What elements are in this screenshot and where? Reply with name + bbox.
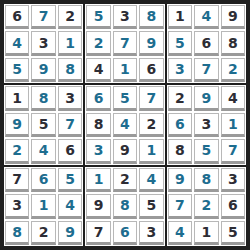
cell-r1c6[interactable]: 8: [139, 5, 163, 29]
cell-r7c6[interactable]: 4: [139, 168, 163, 192]
cell-r5c6[interactable]: 2: [139, 113, 163, 137]
cell-r2c3[interactable]: 1: [58, 31, 82, 55]
cell-r2c5[interactable]: 7: [113, 31, 137, 55]
cell-r4c3[interactable]: 3: [58, 86, 82, 110]
cell-r5c1[interactable]: 9: [5, 113, 29, 137]
cell-r4c8[interactable]: 9: [194, 86, 218, 110]
cell-r9c1[interactable]: 8: [5, 221, 29, 245]
cell-r1c4[interactable]: 5: [86, 5, 110, 29]
cell-r8c8[interactable]: 2: [194, 194, 218, 218]
cell-r9c9[interactable]: 5: [221, 221, 245, 245]
cell-r3c6[interactable]: 6: [139, 58, 163, 82]
cell-r5c3[interactable]: 7: [58, 113, 82, 137]
cell-r9c5[interactable]: 6: [113, 221, 137, 245]
cell-r1c2[interactable]: 7: [31, 5, 55, 29]
cell-r4c4[interactable]: 6: [86, 86, 110, 110]
cell-r9c3[interactable]: 9: [58, 221, 82, 245]
cell-r6c2[interactable]: 4: [31, 139, 55, 163]
cell-r4c9[interactable]: 4: [221, 86, 245, 110]
cell-r3c3[interactable]: 8: [58, 58, 82, 82]
cell-r1c7[interactable]: 1: [168, 5, 192, 29]
cell-r7c9[interactable]: 3: [221, 168, 245, 192]
cell-r8c1[interactable]: 3: [5, 194, 29, 218]
cell-r4c6[interactable]: 7: [139, 86, 163, 110]
cell-r1c5[interactable]: 3: [113, 5, 137, 29]
sudoku-box-1: 672431598: [3, 3, 84, 84]
cell-r6c9[interactable]: 7: [221, 139, 245, 163]
cell-r5c5[interactable]: 4: [113, 113, 137, 137]
cell-r2c7[interactable]: 5: [168, 31, 192, 55]
cell-r9c4[interactable]: 7: [86, 221, 110, 245]
cell-r7c3[interactable]: 5: [58, 168, 82, 192]
cell-r9c8[interactable]: 1: [194, 221, 218, 245]
cell-r3c2[interactable]: 9: [31, 58, 55, 82]
sudoku-box-7: 765314829: [3, 166, 84, 247]
cell-r5c7[interactable]: 6: [168, 113, 192, 137]
cell-r6c3[interactable]: 6: [58, 139, 82, 163]
cell-r8c6[interactable]: 5: [139, 194, 163, 218]
cell-r5c2[interactable]: 5: [31, 113, 55, 137]
cell-r6c7[interactable]: 8: [168, 139, 192, 163]
sudoku-board: 6724315985382794161495683721839572466578…: [0, 0, 250, 250]
sudoku-box-8: 124985763: [84, 166, 165, 247]
cell-r1c1[interactable]: 6: [5, 5, 29, 29]
sudoku-box-4: 183957246: [3, 84, 84, 165]
cell-r3c9[interactable]: 2: [221, 58, 245, 82]
sudoku-box-6: 294631857: [166, 84, 247, 165]
cell-r2c8[interactable]: 6: [194, 31, 218, 55]
cell-r5c4[interactable]: 8: [86, 113, 110, 137]
cell-r3c1[interactable]: 5: [5, 58, 29, 82]
sudoku-box-9: 983726415: [166, 166, 247, 247]
cell-r5c8[interactable]: 3: [194, 113, 218, 137]
cell-r3c5[interactable]: 1: [113, 58, 137, 82]
cell-r6c6[interactable]: 1: [139, 139, 163, 163]
cell-r4c7[interactable]: 2: [168, 86, 192, 110]
cell-r6c1[interactable]: 2: [5, 139, 29, 163]
cell-r3c7[interactable]: 3: [168, 58, 192, 82]
cell-r4c2[interactable]: 8: [31, 86, 55, 110]
cell-r6c8[interactable]: 5: [194, 139, 218, 163]
cell-r8c4[interactable]: 9: [86, 194, 110, 218]
cell-r6c5[interactable]: 9: [113, 139, 137, 163]
cell-r5c9[interactable]: 1: [221, 113, 245, 137]
cell-r8c3[interactable]: 4: [58, 194, 82, 218]
cell-r2c9[interactable]: 8: [221, 31, 245, 55]
cell-r7c4[interactable]: 1: [86, 168, 110, 192]
cell-r9c6[interactable]: 3: [139, 221, 163, 245]
cell-r8c9[interactable]: 6: [221, 194, 245, 218]
cell-r4c1[interactable]: 1: [5, 86, 29, 110]
cell-r1c8[interactable]: 4: [194, 5, 218, 29]
cell-r7c1[interactable]: 7: [5, 168, 29, 192]
cell-r2c1[interactable]: 4: [5, 31, 29, 55]
sudoku-box-3: 149568372: [166, 3, 247, 84]
cell-r3c8[interactable]: 7: [194, 58, 218, 82]
cell-r4c5[interactable]: 5: [113, 86, 137, 110]
sudoku-box-2: 538279416: [84, 3, 165, 84]
cell-r9c2[interactable]: 2: [31, 221, 55, 245]
cell-r6c4[interactable]: 3: [86, 139, 110, 163]
cell-r7c7[interactable]: 9: [168, 168, 192, 192]
cell-r8c2[interactable]: 1: [31, 194, 55, 218]
cell-r7c5[interactable]: 2: [113, 168, 137, 192]
cell-r7c8[interactable]: 8: [194, 168, 218, 192]
cell-r9c7[interactable]: 4: [168, 221, 192, 245]
cell-r2c4[interactable]: 2: [86, 31, 110, 55]
cell-r7c2[interactable]: 6: [31, 168, 55, 192]
cell-r1c9[interactable]: 9: [221, 5, 245, 29]
cell-r8c7[interactable]: 7: [168, 194, 192, 218]
cell-r3c4[interactable]: 4: [86, 58, 110, 82]
cell-r8c5[interactable]: 8: [113, 194, 137, 218]
cell-r2c6[interactable]: 9: [139, 31, 163, 55]
sudoku-box-5: 657842391: [84, 84, 165, 165]
cell-r2c2[interactable]: 3: [31, 31, 55, 55]
cell-r1c3[interactable]: 2: [58, 5, 82, 29]
